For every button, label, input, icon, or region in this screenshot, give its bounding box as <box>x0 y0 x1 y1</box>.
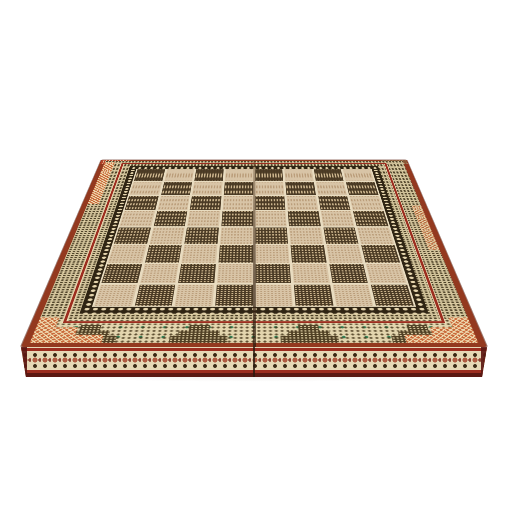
square-e3 <box>255 245 289 263</box>
square-f6 <box>287 196 319 210</box>
square-g8 <box>314 169 344 181</box>
square-d6 <box>222 196 252 210</box>
square-e1 <box>255 285 293 306</box>
square-c8 <box>194 169 223 181</box>
square-h8 <box>343 169 374 181</box>
square-c7 <box>192 182 222 195</box>
square-b7 <box>161 182 192 195</box>
ziggurat-motif <box>280 325 339 343</box>
square-a1 <box>94 285 137 306</box>
left-edge-cap <box>21 347 27 377</box>
square-f5 <box>288 211 321 226</box>
square-d1 <box>215 285 253 306</box>
square-c5 <box>187 211 220 226</box>
product-photo <box>0 0 512 512</box>
square-c4 <box>185 227 219 243</box>
square-b8 <box>164 169 194 181</box>
square-e5 <box>255 211 287 226</box>
square-g7 <box>316 182 347 195</box>
square-g4 <box>323 227 359 243</box>
square-d4 <box>220 227 253 243</box>
square-f2 <box>292 264 329 283</box>
square-f1 <box>294 285 333 306</box>
board-top-face <box>21 160 487 347</box>
square-b4 <box>149 227 185 243</box>
square-h1 <box>371 285 414 306</box>
square-f7 <box>285 182 315 195</box>
square-f8 <box>284 169 313 181</box>
square-g1 <box>333 285 374 306</box>
square-h7 <box>346 182 378 195</box>
square-a3 <box>108 245 147 263</box>
square-e8 <box>255 169 283 181</box>
square-b6 <box>157 196 190 210</box>
square-c3 <box>182 245 218 263</box>
square-a4 <box>114 227 151 243</box>
square-b5 <box>153 211 187 226</box>
square-f4 <box>289 227 323 243</box>
square-d2 <box>217 264 253 283</box>
square-d8 <box>225 169 253 181</box>
square-e4 <box>255 227 288 243</box>
square-c6 <box>190 196 222 210</box>
square-g6 <box>318 196 351 210</box>
square-g5 <box>321 211 355 226</box>
square-e6 <box>255 196 285 210</box>
square-g3 <box>326 245 363 263</box>
square-b2 <box>140 264 179 283</box>
right-edge-cap <box>481 347 487 377</box>
square-h5 <box>353 211 388 226</box>
board-front-edge <box>21 347 487 377</box>
square-c2 <box>178 264 215 283</box>
square-g2 <box>329 264 368 283</box>
square-a2 <box>101 264 142 283</box>
square-b1 <box>134 285 175 306</box>
square-a5 <box>119 211 154 226</box>
square-h3 <box>361 245 400 263</box>
square-a7 <box>129 182 161 195</box>
square-a8 <box>134 169 165 181</box>
fold-seam-front <box>253 347 255 377</box>
square-b3 <box>145 245 182 263</box>
square-d5 <box>221 211 253 226</box>
square-e7 <box>255 182 284 195</box>
square-h6 <box>350 196 384 210</box>
contact-shadow <box>30 374 482 382</box>
board-scene <box>0 0 512 512</box>
square-e2 <box>255 264 291 283</box>
square-f3 <box>291 245 327 263</box>
square-h2 <box>366 264 407 283</box>
square-h4 <box>357 227 394 243</box>
square-d3 <box>218 245 252 263</box>
square-a6 <box>125 196 159 210</box>
square-c1 <box>175 285 214 306</box>
ziggurat-motif <box>169 325 228 343</box>
square-d7 <box>224 182 253 195</box>
fold-seam-top <box>253 160 256 347</box>
